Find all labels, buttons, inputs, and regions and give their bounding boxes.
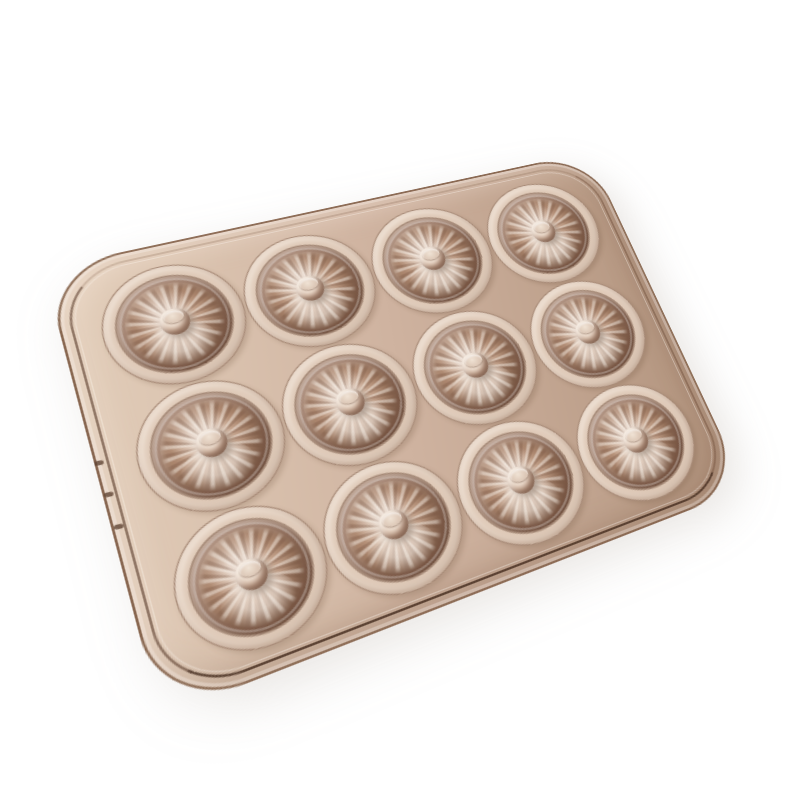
baking-pan xyxy=(43,152,746,717)
post-top-highlight xyxy=(421,248,441,262)
post-top-highlight xyxy=(198,429,222,447)
post-top-highlight xyxy=(380,510,403,529)
pan-edge-notch xyxy=(94,460,104,466)
post-top-highlight xyxy=(577,321,596,336)
post-top-highlight xyxy=(532,221,551,234)
pan-top-surface xyxy=(43,152,746,717)
cavity-grid xyxy=(86,173,715,676)
post-top-highlight xyxy=(298,277,320,292)
post-top-highlight xyxy=(463,353,484,369)
pan-edge-notch xyxy=(104,491,114,497)
post-top-highlight xyxy=(338,389,360,406)
post-top-highlight xyxy=(162,309,185,325)
photo-canvas xyxy=(0,0,800,800)
pan-edge-notch xyxy=(114,523,124,529)
post-top-highlight xyxy=(624,428,644,444)
post-top-highlight xyxy=(508,467,529,485)
post-top-highlight xyxy=(238,559,263,580)
